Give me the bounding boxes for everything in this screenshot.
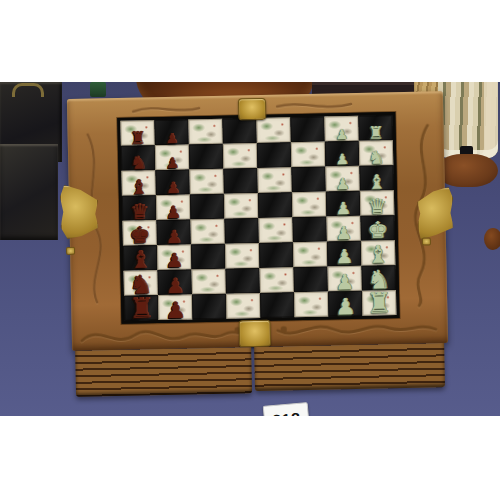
- square-c3: [191, 244, 226, 270]
- square-h8: [358, 115, 393, 141]
- square-f8: [290, 117, 325, 143]
- square-h7: [359, 140, 394, 166]
- lot-number: 318: [272, 409, 302, 416]
- square-e2: [259, 267, 294, 293]
- square-g2: [327, 266, 362, 292]
- white-matte-top: [0, 0, 500, 82]
- square-b6: [155, 169, 190, 195]
- square-e6: [257, 167, 292, 193]
- square-h5: [360, 190, 395, 216]
- black-deed-box-lower: [0, 144, 58, 240]
- square-f2: [293, 267, 328, 293]
- square-g1: [328, 291, 363, 317]
- square-e4: [258, 217, 293, 243]
- chessboard: [117, 112, 399, 324]
- square-g4: [326, 216, 361, 242]
- square-b8: [154, 119, 189, 145]
- square-e1: [260, 292, 295, 318]
- square-h6: [359, 165, 394, 191]
- square-a2: [123, 270, 158, 296]
- square-f6: [291, 167, 326, 193]
- square-g5: [326, 191, 361, 217]
- square-d1: [226, 293, 261, 319]
- square-g3: [327, 241, 362, 267]
- square-f5: [292, 192, 327, 218]
- square-c7: [189, 144, 224, 170]
- doll-stand-base: [436, 154, 498, 187]
- auction-photo: ♜♟♟♜♞♟♟♞♝♟♟♝♛♟♟♛♚♟♟♚♝♟♟♝♞♟♟♞♜♟♟♜ 318: [0, 0, 500, 500]
- square-d3: [225, 243, 260, 269]
- square-d8: [222, 118, 257, 144]
- square-c8: [188, 119, 223, 145]
- ribbed-box-base-left: [75, 347, 252, 397]
- square-b3: [157, 244, 192, 270]
- square-h4: [360, 215, 395, 241]
- box-handle: [12, 83, 44, 97]
- square-f7: [291, 142, 326, 168]
- square-a4: [122, 220, 157, 246]
- square-b2: [157, 269, 192, 295]
- square-f1: [294, 292, 329, 318]
- square-c5: [190, 194, 225, 220]
- square-f3: [293, 242, 328, 268]
- brass-knob-right: [422, 237, 431, 245]
- square-c2: [191, 269, 226, 295]
- square-a8: [120, 120, 155, 146]
- square-c6: [189, 169, 224, 195]
- square-b4: [156, 219, 191, 245]
- brass-hinge-bottom: [239, 320, 272, 348]
- square-e3: [259, 242, 294, 268]
- square-c1: [192, 294, 227, 320]
- square-d2: [225, 268, 260, 294]
- square-e5: [258, 192, 293, 218]
- square-h1: [362, 290, 397, 316]
- lot-number-card: 318: [263, 402, 311, 416]
- white-matte-bottom: [0, 416, 500, 500]
- square-a5: [122, 195, 157, 221]
- small-wood-base: [484, 228, 500, 250]
- brass-hinge-top: [238, 98, 266, 121]
- square-a3: [123, 245, 158, 271]
- square-b5: [156, 194, 191, 220]
- square-d4: [224, 218, 259, 244]
- brass-knob-left: [66, 247, 75, 255]
- square-e8: [256, 117, 291, 143]
- green-jar: [90, 82, 106, 97]
- square-b7: [155, 144, 190, 170]
- square-h2: [361, 265, 396, 291]
- square-d6: [223, 168, 258, 194]
- ribbed-box-base-right: [254, 343, 445, 391]
- square-e7: [257, 142, 292, 168]
- square-a6: [121, 170, 156, 196]
- square-g6: [325, 166, 360, 192]
- chess-box: ♜♟♟♜♞♟♟♞♝♟♟♝♛♟♟♛♚♟♟♚♝♟♟♝♞♟♟♞♜♟♟♜: [67, 91, 449, 401]
- square-a1: [124, 295, 159, 321]
- square-c4: [190, 219, 225, 245]
- board-grid: [120, 115, 396, 321]
- square-d7: [223, 143, 258, 169]
- square-g8: [324, 116, 359, 142]
- square-d5: [224, 193, 259, 219]
- square-a7: [121, 145, 156, 171]
- photograph: ♜♟♟♜♞♟♟♞♝♟♟♝♛♟♟♛♚♟♟♚♝♟♟♝♞♟♟♞♜♟♟♜ 318: [0, 82, 500, 416]
- square-h3: [361, 240, 396, 266]
- square-f4: [292, 217, 327, 243]
- square-b1: [158, 294, 193, 320]
- square-g7: [325, 141, 360, 167]
